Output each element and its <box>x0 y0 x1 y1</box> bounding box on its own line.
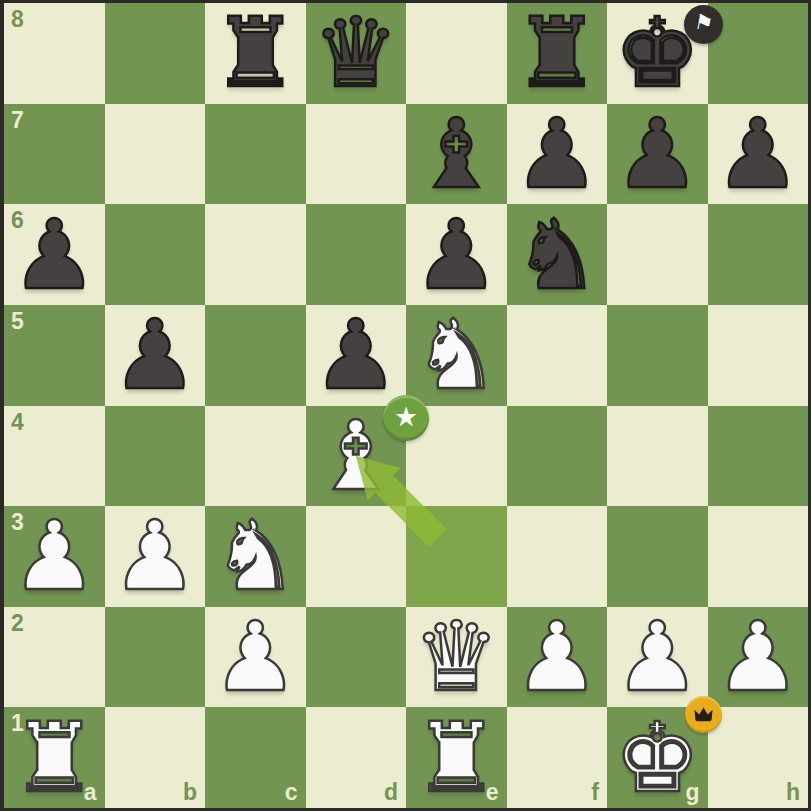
rank-label-2: 2 <box>11 610 24 637</box>
square-f6[interactable]: ♞ <box>507 204 608 305</box>
square-a4[interactable]: 4 <box>4 406 105 507</box>
square-g8[interactable]: ♚ <box>607 3 708 104</box>
piece-black-pawn[interactable]: ♟ <box>507 104 608 205</box>
piece-black-pawn[interactable]: ♟ <box>406 204 507 305</box>
square-f3[interactable] <box>507 506 608 607</box>
square-b6[interactable] <box>105 204 206 305</box>
square-d7[interactable] <box>306 104 407 205</box>
piece-black-bishop[interactable]: ♝ <box>406 104 507 205</box>
piece-white-queen[interactable]: ♛ <box>406 607 507 708</box>
rank-label-4: 4 <box>11 409 24 436</box>
square-d5[interactable]: ♟ <box>306 305 407 406</box>
square-a2[interactable]: 2 <box>4 607 105 708</box>
file-label-h: h <box>786 779 800 806</box>
square-d4[interactable]: ♝ <box>306 406 407 507</box>
square-b7[interactable] <box>105 104 206 205</box>
rank-label-5: 5 <box>11 308 24 335</box>
square-b5[interactable]: ♟ <box>105 305 206 406</box>
rank-label-7: 7 <box>11 107 24 134</box>
square-b3[interactable]: ♟ <box>105 506 206 607</box>
square-f4[interactable] <box>507 406 608 507</box>
square-h8[interactable] <box>708 3 809 104</box>
square-e8[interactable] <box>406 3 507 104</box>
square-a8[interactable]: 8 <box>4 3 105 104</box>
square-a1[interactable]: 1a♜ <box>4 707 105 808</box>
square-b8[interactable] <box>105 3 206 104</box>
square-e6[interactable]: ♟ <box>406 204 507 305</box>
piece-black-rook[interactable]: ♜ <box>507 3 608 104</box>
square-f8[interactable]: ♜ <box>507 3 608 104</box>
square-d3[interactable] <box>306 506 407 607</box>
square-e2[interactable]: ♛ <box>406 607 507 708</box>
file-label-c: c <box>285 779 298 806</box>
square-e4[interactable] <box>406 406 507 507</box>
rank-label-8: 8 <box>11 6 24 33</box>
piece-white-pawn[interactable]: ♟ <box>708 607 809 708</box>
square-g2[interactable]: ♟ <box>607 607 708 708</box>
square-a5[interactable]: 5 <box>4 305 105 406</box>
piece-black-queen[interactable]: ♛ <box>306 3 407 104</box>
square-c7[interactable] <box>205 104 306 205</box>
piece-white-rook[interactable]: ♜ <box>4 707 105 808</box>
square-a6[interactable]: 6♟ <box>4 204 105 305</box>
piece-white-pawn[interactable]: ♟ <box>105 506 206 607</box>
piece-black-pawn[interactable]: ♟ <box>4 204 105 305</box>
square-f5[interactable] <box>507 305 608 406</box>
square-d2[interactable] <box>306 607 407 708</box>
square-g3[interactable] <box>607 506 708 607</box>
piece-white-knight[interactable]: ♞ <box>406 305 507 406</box>
square-g6[interactable] <box>607 204 708 305</box>
square-g1[interactable]: g♚ <box>607 707 708 808</box>
square-d1[interactable]: d <box>306 707 407 808</box>
square-b2[interactable] <box>105 607 206 708</box>
square-h5[interactable] <box>708 305 809 406</box>
piece-black-pawn[interactable]: ♟ <box>306 305 407 406</box>
square-b4[interactable] <box>105 406 206 507</box>
square-e1[interactable]: e♜ <box>406 707 507 808</box>
square-c4[interactable] <box>205 406 306 507</box>
file-label-f: f <box>591 779 599 806</box>
file-label-d: d <box>384 779 398 806</box>
square-h1[interactable]: h <box>708 707 809 808</box>
piece-white-knight[interactable]: ♞ <box>205 506 306 607</box>
square-g5[interactable] <box>607 305 708 406</box>
square-e7[interactable]: ♝ <box>406 104 507 205</box>
piece-black-king[interactable]: ♚ <box>607 3 708 104</box>
square-c8[interactable]: ♜ <box>205 3 306 104</box>
square-f1[interactable]: f <box>507 707 608 808</box>
square-h7[interactable]: ♟ <box>708 104 809 205</box>
square-g7[interactable]: ♟ <box>607 104 708 205</box>
square-a7[interactable]: 7 <box>4 104 105 205</box>
square-f2[interactable]: ♟ <box>507 607 608 708</box>
square-g4[interactable] <box>607 406 708 507</box>
piece-white-pawn[interactable]: ♟ <box>205 607 306 708</box>
piece-black-pawn[interactable]: ♟ <box>708 104 809 205</box>
piece-black-rook[interactable]: ♜ <box>205 3 306 104</box>
piece-black-pawn[interactable]: ♟ <box>105 305 206 406</box>
square-h3[interactable] <box>708 506 809 607</box>
board-grid: 8♜♛♜♚7♝♟♟♟6♟♟♞5♟♟♞4♝3♟♟♞2♟♛♟♟♟1a♜bcde♜fg… <box>4 3 808 808</box>
square-h4[interactable] <box>708 406 809 507</box>
square-e5[interactable]: ♞ <box>406 305 507 406</box>
square-d8[interactable]: ♛ <box>306 3 407 104</box>
square-c5[interactable] <box>205 305 306 406</box>
square-a3[interactable]: 3♟ <box>4 506 105 607</box>
chess-board: 8♜♛♜♚7♝♟♟♟6♟♟♞5♟♟♞4♝3♟♟♞2♟♛♟♟♟1a♜bcde♜fg… <box>0 0 811 811</box>
square-d6[interactable] <box>306 204 407 305</box>
square-c2[interactable]: ♟ <box>205 607 306 708</box>
square-h2[interactable]: ♟ <box>708 607 809 708</box>
piece-white-bishop[interactable]: ♝ <box>306 406 407 507</box>
square-e3[interactable] <box>406 506 507 607</box>
piece-white-king[interactable]: ♚ <box>607 707 708 808</box>
piece-white-pawn[interactable]: ♟ <box>507 607 608 708</box>
file-label-b: b <box>183 779 197 806</box>
square-c3[interactable]: ♞ <box>205 506 306 607</box>
square-b1[interactable]: b <box>105 707 206 808</box>
square-f7[interactable]: ♟ <box>507 104 608 205</box>
piece-black-knight[interactable]: ♞ <box>507 204 608 305</box>
square-h6[interactable] <box>708 204 809 305</box>
piece-white-rook[interactable]: ♜ <box>406 707 507 808</box>
square-c1[interactable]: c <box>205 707 306 808</box>
piece-white-pawn[interactable]: ♟ <box>607 607 708 708</box>
piece-white-pawn[interactable]: ♟ <box>4 506 105 607</box>
piece-black-pawn[interactable]: ♟ <box>607 104 708 205</box>
square-c6[interactable] <box>205 204 306 305</box>
